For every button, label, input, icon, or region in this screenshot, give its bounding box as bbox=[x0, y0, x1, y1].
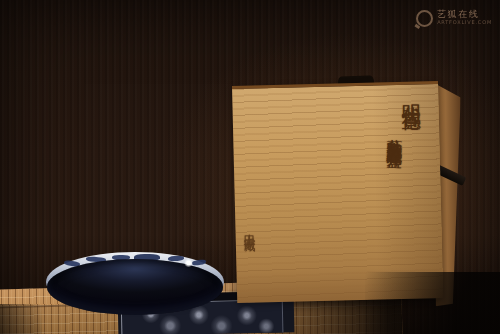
box-front-face: 明代宣德 藍釉青花纏枝蓮花卉盤 上田家藏 bbox=[232, 81, 443, 303]
porcelain-dish bbox=[46, 252, 224, 312]
corner-shadow-left bbox=[0, 304, 42, 334]
watermark: 艺狐在线 ARTFOXLIVE.COM bbox=[416, 9, 492, 27]
collector-mark: 上田家藏 bbox=[241, 225, 256, 233]
dish-specular-highlight bbox=[184, 259, 193, 267]
watermark-brand: 艺狐在线 bbox=[437, 9, 492, 19]
corner-shadow-right bbox=[365, 272, 500, 334]
photo-scene: 明代宣德 藍釉青花纏枝蓮花卉盤 上田家藏 艺狐在线 ARTFOXLIVE.COM bbox=[0, 0, 500, 334]
watermark-text: 艺狐在线 ARTFOXLIVE.COM bbox=[437, 9, 492, 25]
artfox-logo-icon bbox=[416, 10, 433, 27]
dish-glazed-body bbox=[47, 259, 223, 315]
watermark-url: ARTFOXLIVE.COM bbox=[437, 19, 492, 25]
